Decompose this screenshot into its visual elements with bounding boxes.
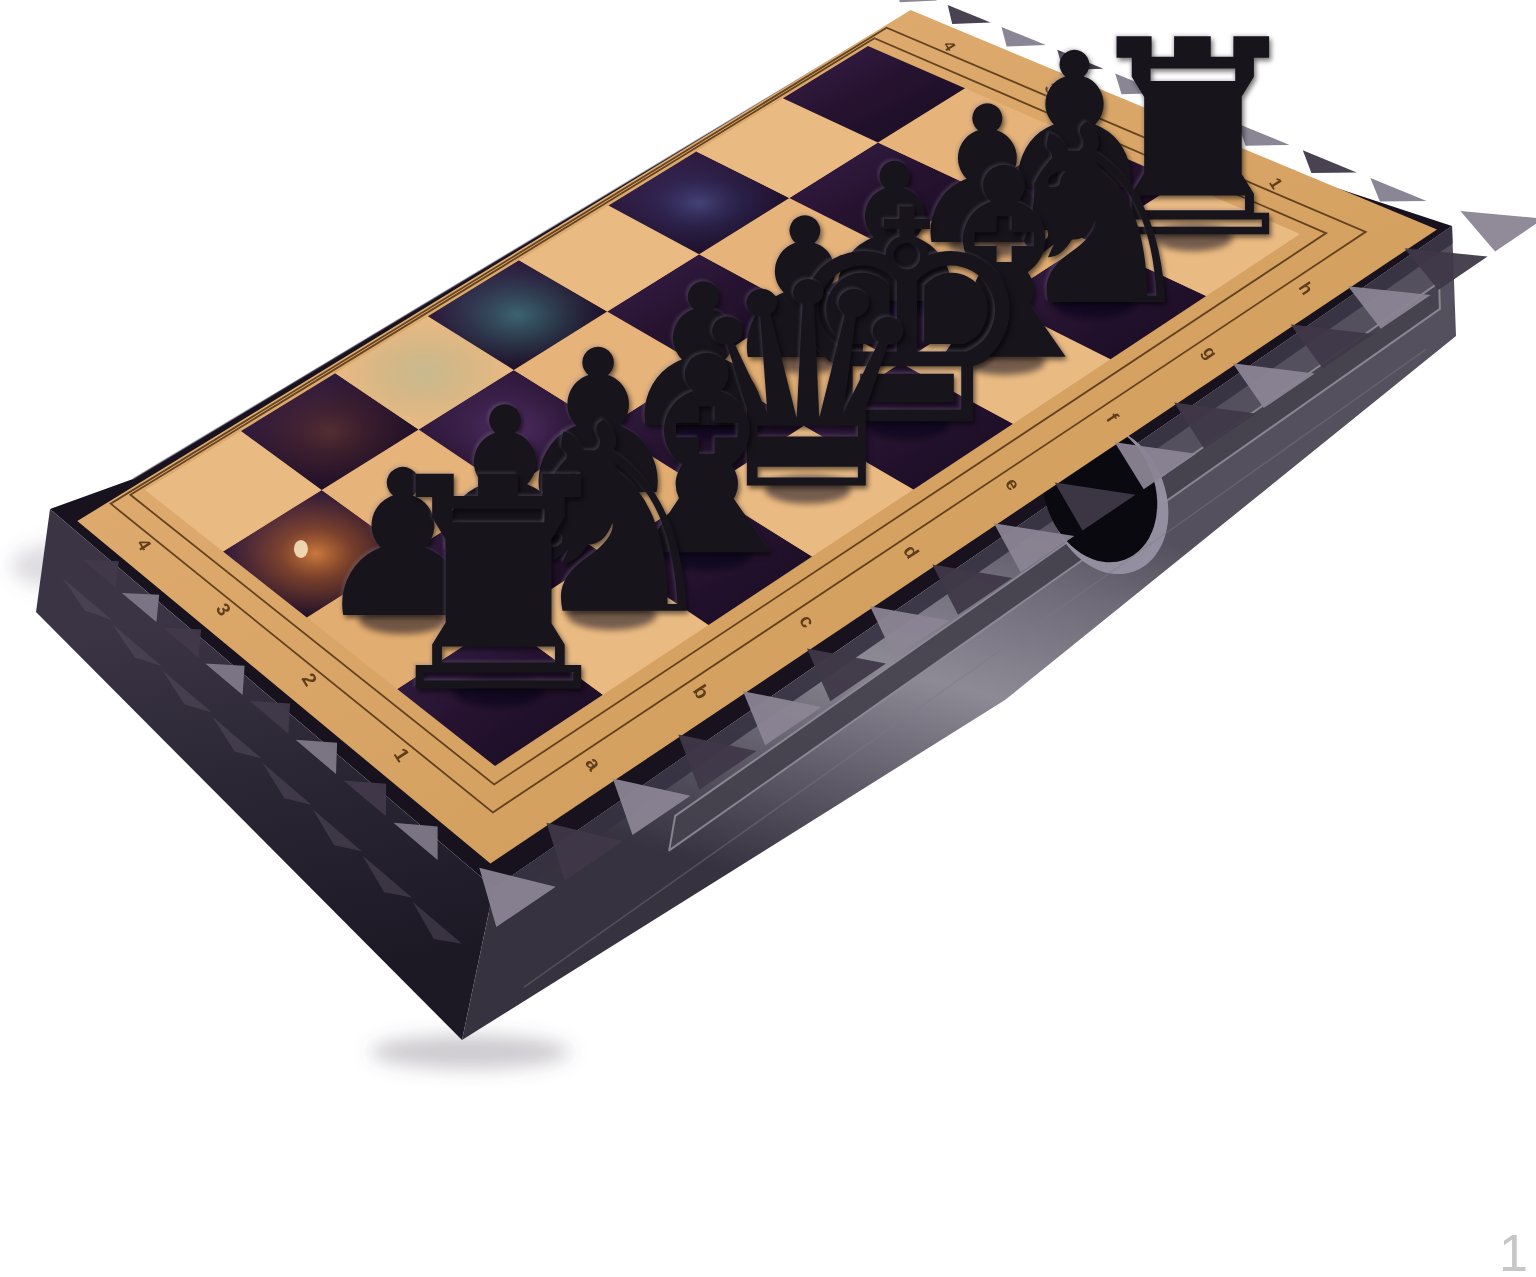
page-number-watermark: 1 bbox=[1499, 1223, 1528, 1277]
black-rook-a1: ♜ bbox=[367, 439, 631, 733]
chess-set-photo: abcdefgh12341234 ♟♜♟♟♞♟♝♚♟♛♟♟♝♞♟♜ 1 bbox=[0, 0, 1536, 1277]
pieces-layer: ♟♜♟♟♞♟♝♚♟♛♟♟♝♞♟♜ bbox=[0, 0, 1536, 1277]
